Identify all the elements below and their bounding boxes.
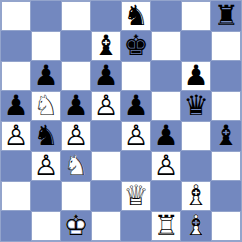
square-c2[interactable]	[61, 181, 91, 211]
white-pawn[interactable]: ♟♙	[91, 91, 121, 121]
square-e3[interactable]	[121, 151, 151, 181]
piece-glyph: ♝	[211, 121, 241, 151]
white-pawn[interactable]: ♟♙	[61, 121, 91, 151]
piece-glyph: ♟	[181, 61, 211, 91]
piece-outline: ♙	[91, 91, 121, 121]
piece-outline: ♕	[121, 181, 151, 211]
white-pawn[interactable]: ♟♙	[31, 151, 61, 181]
square-d6[interactable]: ♟	[91, 61, 121, 91]
square-b8[interactable]	[31, 1, 61, 31]
white-knight[interactable]: ♞♘	[31, 91, 61, 121]
square-g3[interactable]	[181, 151, 211, 181]
square-f6[interactable]	[151, 61, 181, 91]
white-knight[interactable]: ♞♘	[61, 151, 91, 181]
white-bishop[interactable]: ♝♗	[181, 211, 211, 241]
square-e7[interactable]: ♚	[121, 31, 151, 61]
square-d2[interactable]	[91, 181, 121, 211]
square-d7[interactable]: ♝	[91, 31, 121, 61]
square-c5[interactable]: ♟	[61, 91, 91, 121]
square-e2[interactable]: ♛♕	[121, 181, 151, 211]
piece-glyph: ♚	[121, 31, 151, 61]
square-c1[interactable]: ♚♔	[61, 211, 91, 241]
square-b5[interactable]: ♞♘	[31, 91, 61, 121]
square-g6[interactable]: ♟	[181, 61, 211, 91]
piece-glyph: ♛	[181, 91, 211, 121]
black-pawn[interactable]: ♟	[151, 121, 181, 151]
square-g1[interactable]: ♝♗	[181, 211, 211, 241]
piece-glyph: ♟	[1, 91, 31, 121]
piece-outline: ♙	[61, 121, 91, 151]
chess-board: ♞♜♝♚♟♟♟♟♞♘♟♟♙♟♛♟♙♞♟♙♟♙♟♝♟♙♞♘♟♙♛♕♝♗♚♔♜♖♝♗	[0, 0, 242, 242]
square-e1[interactable]	[121, 211, 151, 241]
black-knight[interactable]: ♞	[121, 1, 151, 31]
black-rook[interactable]: ♜	[211, 1, 241, 31]
square-d4[interactable]	[91, 121, 121, 151]
piece-glyph: ♞	[31, 121, 61, 151]
white-king[interactable]: ♚♔	[61, 211, 91, 241]
square-c7[interactable]	[61, 31, 91, 61]
square-f4[interactable]: ♟	[151, 121, 181, 151]
square-a4[interactable]: ♟♙	[1, 121, 31, 151]
square-c3[interactable]: ♞♘	[61, 151, 91, 181]
piece-glyph: ♞	[121, 1, 151, 31]
piece-outline: ♘	[31, 91, 61, 121]
square-f1[interactable]: ♜♖	[151, 211, 181, 241]
white-pawn[interactable]: ♟♙	[151, 151, 181, 181]
square-g5[interactable]: ♛	[181, 91, 211, 121]
square-e5[interactable]: ♟	[121, 91, 151, 121]
black-bishop[interactable]: ♝	[91, 31, 121, 61]
square-f8[interactable]	[151, 1, 181, 31]
black-pawn[interactable]: ♟	[91, 61, 121, 91]
square-g2[interactable]: ♝♗	[181, 181, 211, 211]
square-h1[interactable]	[211, 211, 241, 241]
square-a6[interactable]	[1, 61, 31, 91]
square-f7[interactable]	[151, 31, 181, 61]
black-king[interactable]: ♚	[121, 31, 151, 61]
square-c4[interactable]: ♟♙	[61, 121, 91, 151]
piece-glyph: ♟	[91, 61, 121, 91]
square-h8[interactable]: ♜	[211, 1, 241, 31]
white-pawn[interactable]: ♟♙	[1, 121, 31, 151]
piece-outline: ♗	[181, 181, 211, 211]
square-g4[interactable]	[181, 121, 211, 151]
square-g8[interactable]	[181, 1, 211, 31]
piece-glyph: ♟	[61, 91, 91, 121]
square-a2[interactable]	[1, 181, 31, 211]
white-queen[interactable]: ♛♕	[121, 181, 151, 211]
square-c8[interactable]	[61, 1, 91, 31]
square-f5[interactable]	[151, 91, 181, 121]
square-h6[interactable]	[211, 61, 241, 91]
square-g7[interactable]	[181, 31, 211, 61]
piece-outline: ♖	[151, 211, 181, 241]
square-a8[interactable]	[1, 1, 31, 31]
black-pawn[interactable]: ♟	[61, 91, 91, 121]
square-a7[interactable]	[1, 31, 31, 61]
square-b6[interactable]: ♟	[31, 61, 61, 91]
square-d3[interactable]	[91, 151, 121, 181]
square-h4[interactable]: ♝	[211, 121, 241, 151]
piece-glyph: ♟	[151, 121, 181, 151]
piece-outline: ♔	[61, 211, 91, 241]
black-bishop[interactable]: ♝	[211, 121, 241, 151]
piece-outline: ♙	[31, 151, 61, 181]
square-a1[interactable]	[1, 211, 31, 241]
white-bishop[interactable]: ♝♗	[181, 181, 211, 211]
black-pawn[interactable]: ♟	[181, 61, 211, 91]
square-h3[interactable]	[211, 151, 241, 181]
square-b1[interactable]	[31, 211, 61, 241]
piece-glyph: ♟	[31, 61, 61, 91]
square-b2[interactable]	[31, 181, 61, 211]
square-e4[interactable]: ♟♙	[121, 121, 151, 151]
white-rook[interactable]: ♜♖	[151, 211, 181, 241]
square-d1[interactable]	[91, 211, 121, 241]
square-f3[interactable]: ♟♙	[151, 151, 181, 181]
square-h2[interactable]	[211, 181, 241, 211]
piece-glyph: ♝	[91, 31, 121, 61]
piece-glyph: ♟	[121, 91, 151, 121]
square-e8[interactable]: ♞	[121, 1, 151, 31]
square-a3[interactable]	[1, 151, 31, 181]
white-pawn[interactable]: ♟♙	[121, 121, 151, 151]
square-h5[interactable]	[211, 91, 241, 121]
piece-outline: ♘	[61, 151, 91, 181]
black-queen[interactable]: ♛	[181, 91, 211, 121]
square-d8[interactable]	[91, 1, 121, 31]
piece-outline: ♗	[181, 211, 211, 241]
black-pawn[interactable]: ♟	[31, 61, 61, 91]
square-b3[interactable]: ♟♙	[31, 151, 61, 181]
piece-glyph: ♜	[211, 1, 241, 31]
square-h7[interactable]	[211, 31, 241, 61]
black-pawn[interactable]: ♟	[121, 91, 151, 121]
black-knight[interactable]: ♞	[31, 121, 61, 151]
square-d5[interactable]: ♟♙	[91, 91, 121, 121]
piece-outline: ♙	[1, 121, 31, 151]
piece-outline: ♙	[121, 121, 151, 151]
piece-outline: ♙	[151, 151, 181, 181]
black-pawn[interactable]: ♟	[1, 91, 31, 121]
square-b7[interactable]	[31, 31, 61, 61]
square-c6[interactable]	[61, 61, 91, 91]
square-e6[interactable]	[121, 61, 151, 91]
square-f2[interactable]	[151, 181, 181, 211]
square-b4[interactable]: ♞	[31, 121, 61, 151]
square-a5[interactable]: ♟	[1, 91, 31, 121]
